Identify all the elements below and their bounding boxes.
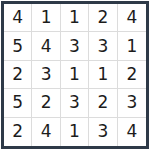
cell-r4c1[interactable]: 5 bbox=[4, 89, 32, 117]
cell-r1c4[interactable]: 2 bbox=[89, 4, 117, 32]
cell-r5c5[interactable]: 4 bbox=[118, 118, 146, 146]
cell-r1c1[interactable]: 4 bbox=[4, 4, 32, 32]
cell-r4c4[interactable]: 2 bbox=[89, 89, 117, 117]
cell-r2c5[interactable]: 1 bbox=[118, 32, 146, 60]
cell-r3c2[interactable]: 3 bbox=[32, 61, 60, 89]
cell-r3c4[interactable]: 1 bbox=[89, 61, 117, 89]
puzzle-board: 4112454331231125232324134 bbox=[1, 1, 149, 149]
cell-r1c5[interactable]: 4 bbox=[118, 4, 146, 32]
cell-r3c3[interactable]: 1 bbox=[61, 61, 89, 89]
cell-r1c2[interactable]: 1 bbox=[32, 4, 60, 32]
cell-r2c2[interactable]: 4 bbox=[32, 32, 60, 60]
cell-r4c2[interactable]: 2 bbox=[32, 89, 60, 117]
cell-r3c5[interactable]: 2 bbox=[118, 61, 146, 89]
cell-r5c1[interactable]: 2 bbox=[4, 118, 32, 146]
cell-r5c4[interactable]: 3 bbox=[89, 118, 117, 146]
cell-r1c3[interactable]: 1 bbox=[61, 4, 89, 32]
cell-r2c3[interactable]: 3 bbox=[61, 32, 89, 60]
cell-r4c5[interactable]: 3 bbox=[118, 89, 146, 117]
cell-r2c1[interactable]: 5 bbox=[4, 32, 32, 60]
cell-r4c3[interactable]: 3 bbox=[61, 89, 89, 117]
cell-r5c3[interactable]: 1 bbox=[61, 118, 89, 146]
cell-r2c4[interactable]: 3 bbox=[89, 32, 117, 60]
cell-r5c2[interactable]: 4 bbox=[32, 118, 60, 146]
cell-r3c1[interactable]: 2 bbox=[4, 61, 32, 89]
